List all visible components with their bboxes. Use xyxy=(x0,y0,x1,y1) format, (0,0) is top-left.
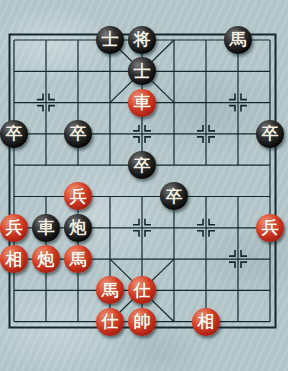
intersection-f3r4[interactable]: 卒 xyxy=(62,118,94,149)
intersection-f3r10[interactable] xyxy=(62,306,94,337)
intersection-f3r8[interactable]: 馬 xyxy=(62,243,94,274)
intersection-f1r6[interactable] xyxy=(0,181,30,212)
intersection-f6r10[interactable] xyxy=(158,306,190,337)
intersection-f7r6[interactable] xyxy=(190,181,222,212)
intersection-f5r5[interactable]: 卒 xyxy=(126,150,158,181)
intersection-f9r4[interactable]: 卒 xyxy=(254,118,286,149)
intersection-f4r2[interactable] xyxy=(94,56,126,87)
intersection-f9r7[interactable]: 兵 xyxy=(254,212,286,243)
intersection-f6r7[interactable] xyxy=(158,212,190,243)
intersection-f2r7[interactable]: 車 xyxy=(30,212,62,243)
red-advisor-piece[interactable]: 仕 xyxy=(128,276,156,304)
intersection-f6r6[interactable]: 卒 xyxy=(158,181,190,212)
intersection-f8r6[interactable] xyxy=(222,181,254,212)
red-horse-piece[interactable]: 馬 xyxy=(64,245,92,273)
red-elephant-piece[interactable]: 相 xyxy=(192,308,220,336)
intersection-f7r4[interactable] xyxy=(190,118,222,149)
red-elephant-piece[interactable]: 相 xyxy=(0,245,28,273)
intersection-f9r2[interactable] xyxy=(254,56,286,87)
intersection-f7r2[interactable] xyxy=(190,56,222,87)
intersection-f5r2[interactable]: 士 xyxy=(126,56,158,87)
black-general-piece[interactable]: 将 xyxy=(128,26,156,54)
intersection-f4r1[interactable]: 士 xyxy=(94,24,126,55)
black-chariot-piece[interactable]: 車 xyxy=(32,214,60,242)
intersection-f9r9[interactable] xyxy=(254,275,286,306)
intersection-f8r1[interactable]: 馬 xyxy=(222,24,254,55)
red-advisor-piece[interactable]: 仕 xyxy=(96,308,124,336)
intersection-f1r7[interactable]: 兵 xyxy=(0,212,30,243)
intersection-f1r8[interactable]: 相 xyxy=(0,243,30,274)
intersection-f2r4[interactable] xyxy=(30,118,62,149)
intersection-f8r4[interactable] xyxy=(222,118,254,149)
intersection-f6r4[interactable] xyxy=(158,118,190,149)
intersection-f8r7[interactable] xyxy=(222,212,254,243)
intersection-f1r9[interactable] xyxy=(0,275,30,306)
intersection-f8r2[interactable] xyxy=(222,56,254,87)
intersection-f3r1[interactable] xyxy=(62,24,94,55)
intersection-f5r7[interactable] xyxy=(126,212,158,243)
intersection-f8r3[interactable] xyxy=(222,87,254,118)
intersection-f8r10[interactable] xyxy=(222,306,254,337)
intersection-f1r10[interactable] xyxy=(0,306,30,337)
intersection-f5r4[interactable] xyxy=(126,118,158,149)
intersection-f9r6[interactable] xyxy=(254,181,286,212)
intersection-f4r3[interactable] xyxy=(94,87,126,118)
intersection-f3r5[interactable] xyxy=(62,150,94,181)
intersection-f7r5[interactable] xyxy=(190,150,222,181)
intersection-f4r6[interactable] xyxy=(94,181,126,212)
intersection-f9r10[interactable] xyxy=(254,306,286,337)
intersection-f8r5[interactable] xyxy=(222,150,254,181)
intersection-f5r1[interactable]: 将 xyxy=(126,24,158,55)
black-horse-piece[interactable]: 馬 xyxy=(224,26,252,54)
red-soldier-piece[interactable]: 兵 xyxy=(64,182,92,210)
intersection-f7r8[interactable] xyxy=(190,243,222,274)
intersection-f6r8[interactable] xyxy=(158,243,190,274)
intersection-f7r7[interactable] xyxy=(190,212,222,243)
red-chariot-piece[interactable]: 車 xyxy=(128,89,156,117)
intersection-f5r9[interactable]: 仕 xyxy=(126,275,158,306)
intersection-f6r3[interactable] xyxy=(158,87,190,118)
intersection-f7r3[interactable] xyxy=(190,87,222,118)
intersection-f8r9[interactable] xyxy=(222,275,254,306)
intersection-f5r3[interactable]: 車 xyxy=(126,87,158,118)
black-cannon-piece[interactable]: 炮 xyxy=(64,214,92,242)
red-soldier-piece[interactable]: 兵 xyxy=(256,214,284,242)
intersection-f4r4[interactable] xyxy=(94,118,126,149)
black-advisor-piece[interactable]: 士 xyxy=(96,26,124,54)
red-cannon-piece[interactable]: 炮 xyxy=(32,245,60,273)
intersection-f3r3[interactable] xyxy=(62,87,94,118)
red-general-piece[interactable]: 帥 xyxy=(128,308,156,336)
intersection-f3r6[interactable]: 兵 xyxy=(62,181,94,212)
intersection-f2r3[interactable] xyxy=(30,87,62,118)
intersection-f3r7[interactable]: 炮 xyxy=(62,212,94,243)
intersection-f2r8[interactable]: 炮 xyxy=(30,243,62,274)
intersection-f5r10[interactable]: 帥 xyxy=(126,306,158,337)
intersection-f4r9[interactable]: 馬 xyxy=(94,275,126,306)
intersection-f2r6[interactable] xyxy=(30,181,62,212)
red-soldier-piece[interactable]: 兵 xyxy=(0,214,28,242)
intersection-f2r1[interactable] xyxy=(30,24,62,55)
intersection-f9r3[interactable] xyxy=(254,87,286,118)
intersection-f6r1[interactable] xyxy=(158,24,190,55)
black-soldier-piece[interactable]: 卒 xyxy=(0,120,28,148)
intersection-f6r2[interactable] xyxy=(158,56,190,87)
intersection-f3r2[interactable] xyxy=(62,56,94,87)
intersection-f6r5[interactable] xyxy=(158,150,190,181)
intersection-f8r8[interactable] xyxy=(222,243,254,274)
black-soldier-piece[interactable]: 卒 xyxy=(64,120,92,148)
intersection-f9r5[interactable] xyxy=(254,150,286,181)
intersection-f1r5[interactable] xyxy=(0,150,30,181)
black-soldier-piece[interactable]: 卒 xyxy=(256,120,284,148)
intersection-f2r9[interactable] xyxy=(30,275,62,306)
intersection-f1r4[interactable]: 卒 xyxy=(0,118,30,149)
black-advisor-piece[interactable]: 士 xyxy=(128,57,156,85)
intersection-f2r10[interactable] xyxy=(30,306,62,337)
black-soldier-piece[interactable]: 卒 xyxy=(160,182,188,210)
intersection-f2r2[interactable] xyxy=(30,56,62,87)
intersection-f4r10[interactable]: 仕 xyxy=(94,306,126,337)
intersection-f7r9[interactable] xyxy=(190,275,222,306)
intersection-f7r10[interactable]: 相 xyxy=(190,306,222,337)
intersection-f1r2[interactable] xyxy=(0,56,30,87)
intersection-f4r7[interactable] xyxy=(94,212,126,243)
red-horse-piece[interactable]: 馬 xyxy=(96,276,124,304)
intersection-f1r3[interactable] xyxy=(0,87,30,118)
intersection-f6r9[interactable] xyxy=(158,275,190,306)
intersection-f3r9[interactable] xyxy=(62,275,94,306)
xiangqi-board: 士将馬士車卒卒卒卒兵卒兵車炮兵相炮馬馬仕仕帥相 xyxy=(0,0,288,371)
intersection-f9r8[interactable] xyxy=(254,243,286,274)
intersection-f1r1[interactable] xyxy=(0,24,30,55)
intersection-f4r8[interactable] xyxy=(94,243,126,274)
intersection-f9r1[interactable] xyxy=(254,24,286,55)
intersection-f5r8[interactable] xyxy=(126,243,158,274)
intersection-f5r6[interactable] xyxy=(126,181,158,212)
intersection-f7r1[interactable] xyxy=(190,24,222,55)
intersection-f4r5[interactable] xyxy=(94,150,126,181)
intersection-f2r5[interactable] xyxy=(30,150,62,181)
black-soldier-piece[interactable]: 卒 xyxy=(128,151,156,179)
piece-grid: 士将馬士車卒卒卒卒兵卒兵車炮兵相炮馬馬仕仕帥相 xyxy=(0,24,286,337)
